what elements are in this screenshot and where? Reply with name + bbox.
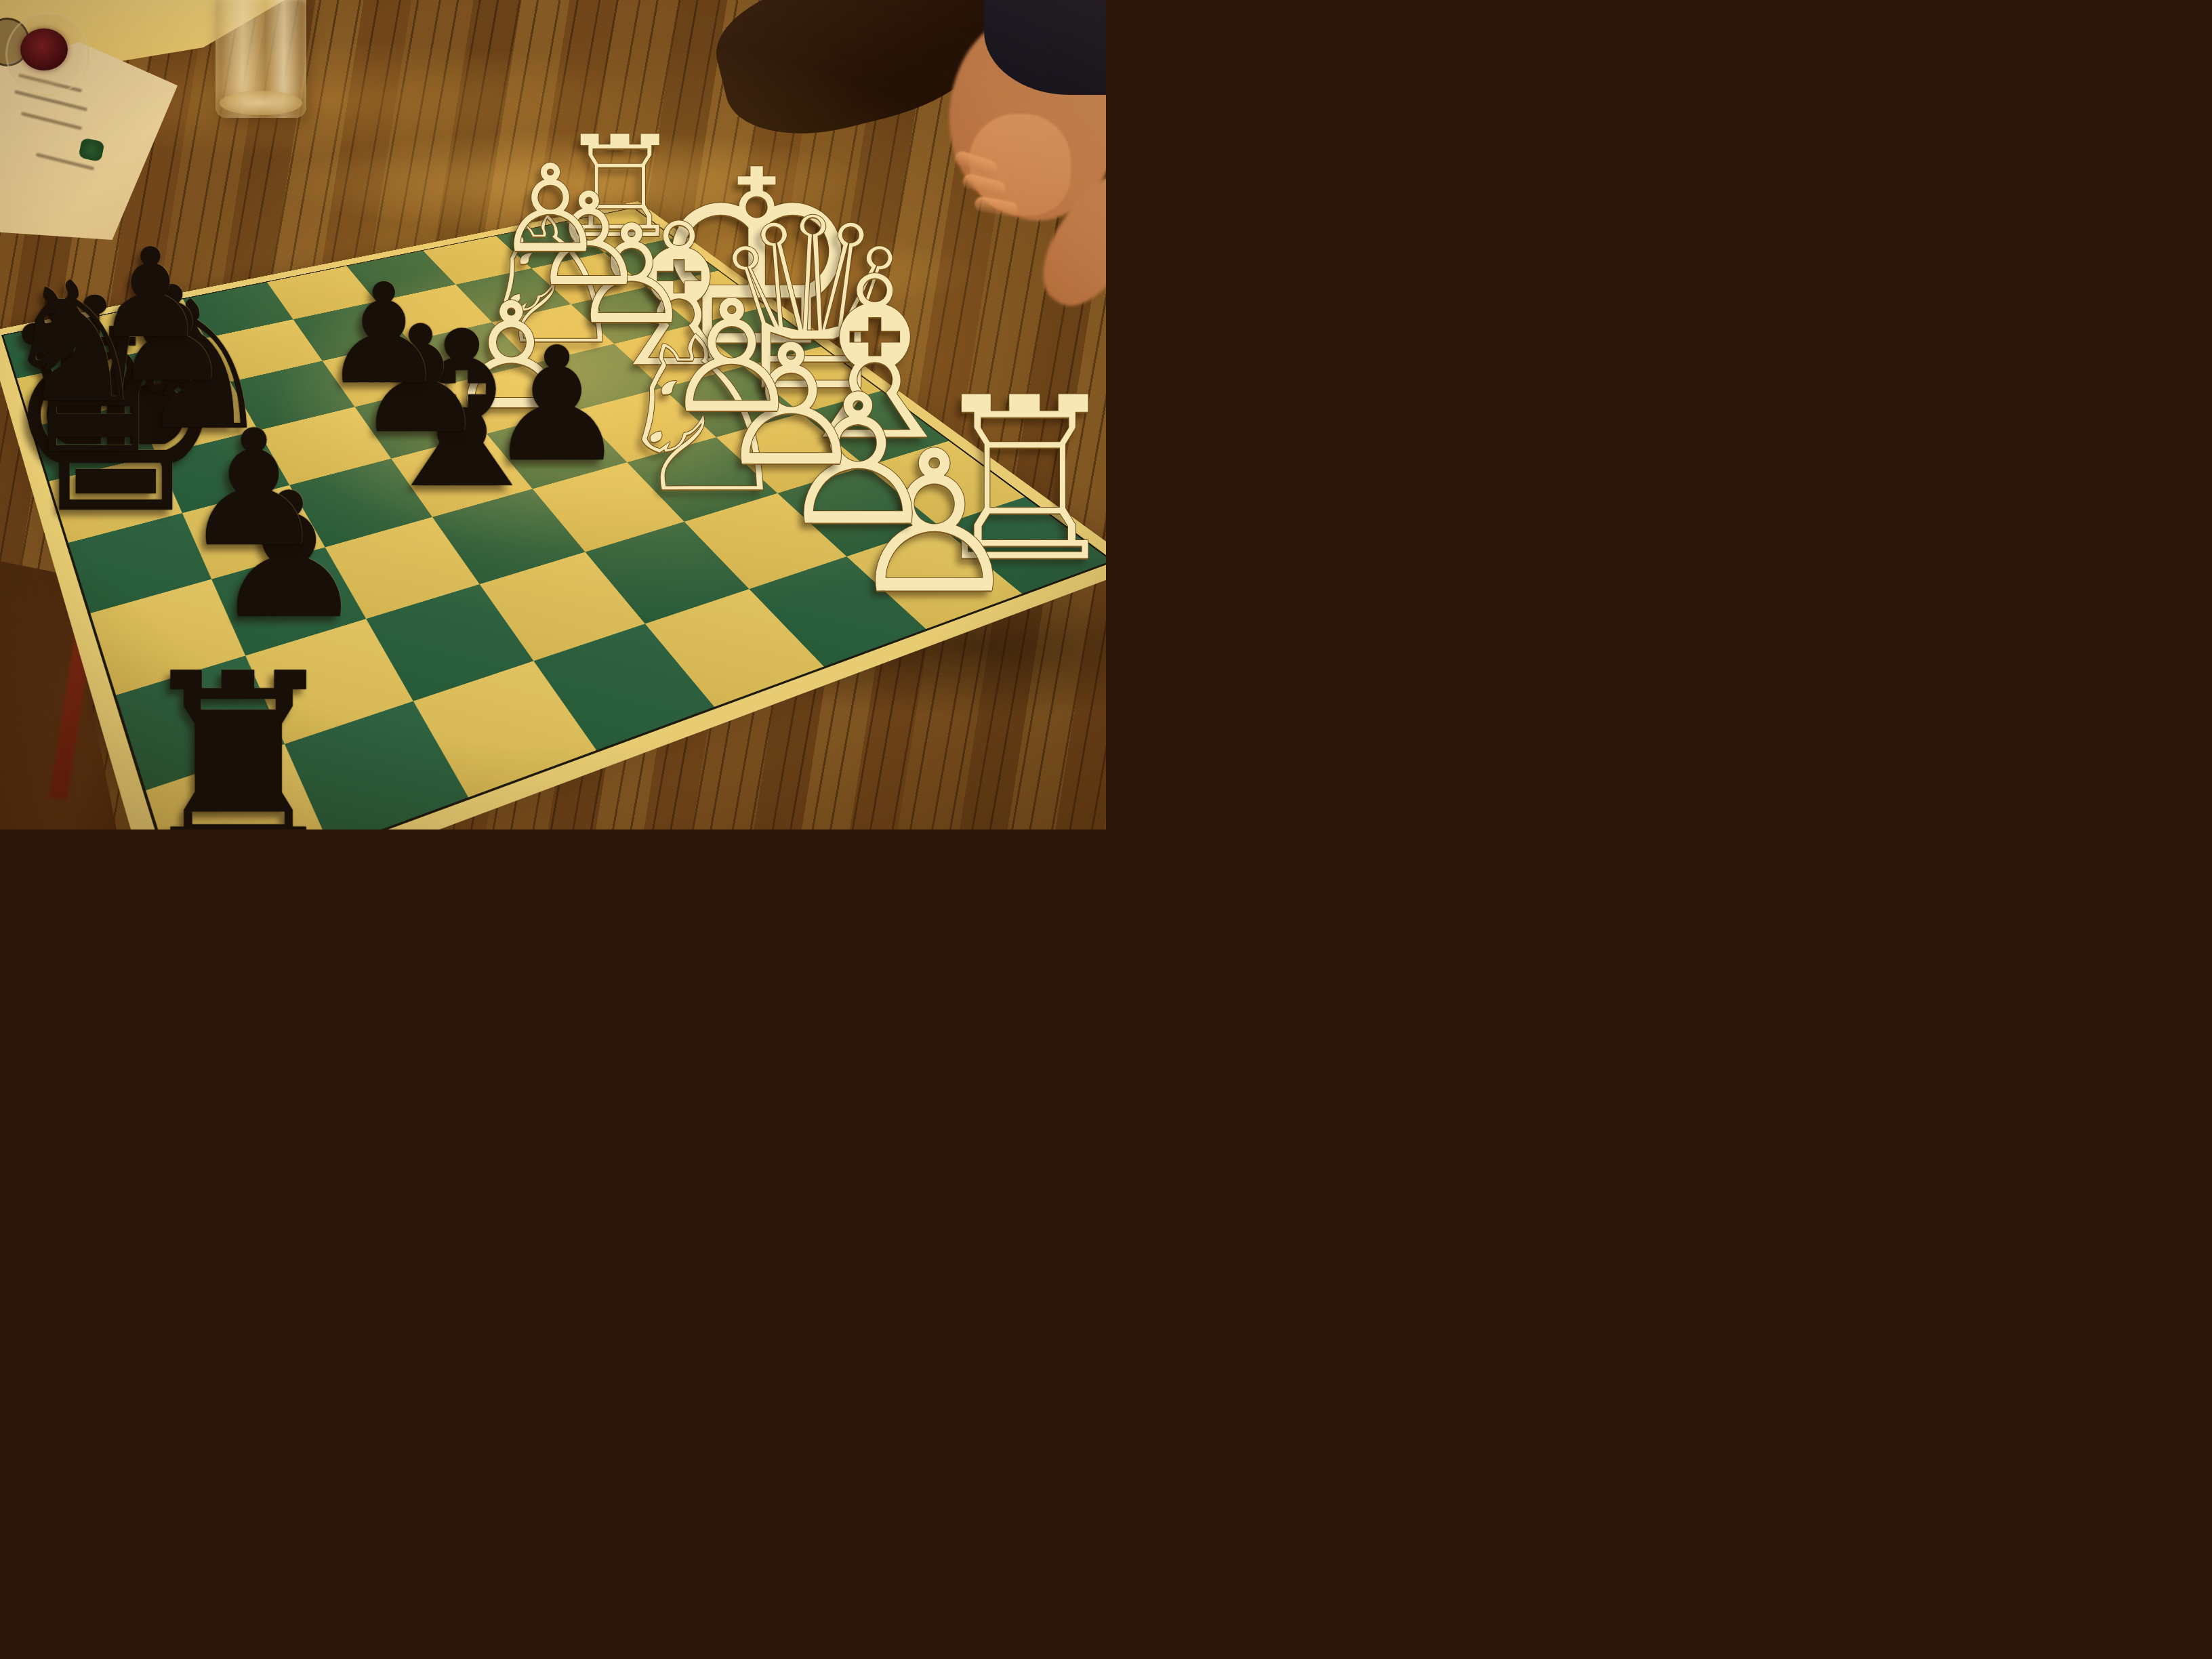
photo-scene: ♔♕♖♖♗♗♘♘♙♙♙♙♙♙♙♙♚♛♜♞♞♝♟♟♟♟♟♟♟♜	[0, 0, 1106, 829]
water-glass	[216, 0, 306, 118]
red-wine	[20, 28, 68, 70]
